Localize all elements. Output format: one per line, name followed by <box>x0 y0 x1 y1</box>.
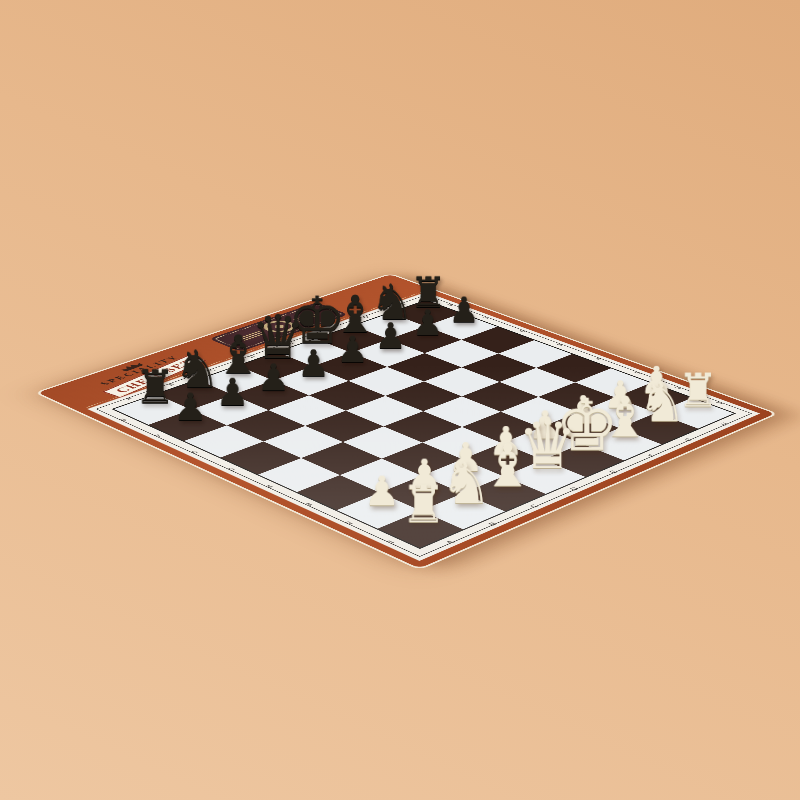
file-label-bottom-c: C <box>528 503 540 508</box>
square-a4[interactable] <box>258 458 340 492</box>
square-b5[interactable] <box>264 426 343 458</box>
rank-label-left-7: 7 <box>153 434 163 438</box>
rank-label-right-5: 5 <box>555 343 565 347</box>
file-label-bottom-g: G <box>682 437 694 442</box>
rank-label-right-4: 4 <box>593 357 603 361</box>
rank-label-left-6: 6 <box>189 450 199 454</box>
rank-label-left-4: 4 <box>264 484 275 489</box>
rank-label-right-6: 6 <box>517 329 527 333</box>
file-label-bottom-a: A <box>444 539 456 544</box>
rank-label-left-2: 2 <box>343 520 354 525</box>
file-label-bottom-h: H <box>718 422 729 426</box>
file-label-bottom-f: F <box>646 453 657 457</box>
square-c5[interactable] <box>305 411 383 442</box>
rank-label-left-3: 3 <box>303 502 314 507</box>
rank-label-left-8: 8 <box>118 418 128 422</box>
file-label-bottom-d: D <box>568 486 580 491</box>
chess-mat: SPECIALITY CHESS SET AABBCCDDEEFFGGHH887… <box>34 273 779 570</box>
square-a6[interactable] <box>184 425 263 457</box>
rank-label-left-5: 5 <box>226 467 237 472</box>
square-a5[interactable] <box>221 441 301 474</box>
file-label-bottom-b: B <box>486 521 498 526</box>
file-label-bottom-e: E <box>607 470 618 475</box>
studio-background: SPECIALITY CHESS SET AABBCCDDEEFFGGHH887… <box>0 0 800 800</box>
square-b6[interactable] <box>227 410 305 441</box>
rank-label-left-1: 1 <box>385 539 396 544</box>
